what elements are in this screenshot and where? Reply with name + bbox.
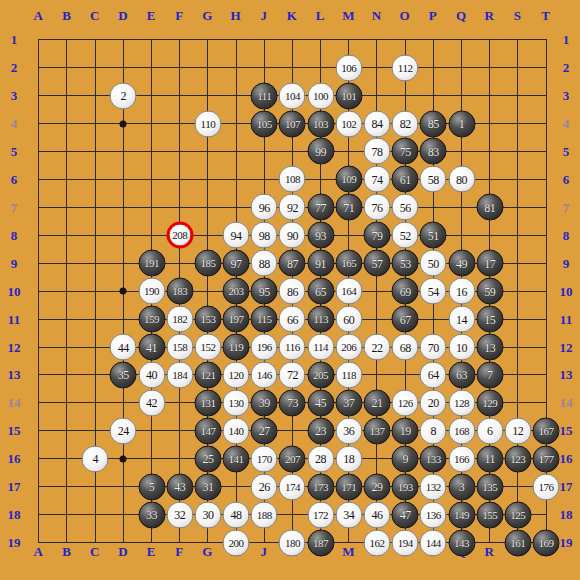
stone-J3: 111	[251, 82, 278, 109]
stone-G16: 25	[194, 445, 221, 472]
row-label-right-19: 19	[560, 536, 573, 549]
stone-L3: 100	[307, 82, 334, 109]
stone-K17: 174	[279, 473, 306, 500]
stone-R14: 129	[476, 389, 503, 416]
stone-R18: 155	[476, 501, 503, 528]
stone-G11: 153	[194, 306, 221, 333]
stone-E14: 42	[138, 389, 165, 416]
col-label-bottom-C: C	[90, 545, 99, 558]
stone-N17: 29	[363, 473, 390, 500]
col-label-top-H: H	[230, 9, 240, 22]
row-label-right-16: 16	[560, 452, 573, 465]
row-label-left-12: 12	[8, 340, 21, 353]
stone-L5: 99	[307, 138, 334, 165]
stone-M17: 171	[335, 473, 362, 500]
stone-N5: 78	[363, 138, 390, 165]
stone-P5: 83	[420, 138, 447, 165]
row-label-left-14: 14	[8, 396, 21, 409]
col-label-top-J: J	[260, 9, 267, 22]
col-label-top-B: B	[62, 9, 71, 22]
row-label-left-10: 10	[8, 284, 21, 297]
stone-L11: 113	[307, 306, 334, 333]
stone-G12: 152	[194, 334, 221, 361]
stone-M10: 164	[335, 278, 362, 305]
stone-E12: 41	[138, 334, 165, 361]
stone-K8: 90	[279, 222, 306, 249]
row-label-right-11: 11	[560, 312, 572, 325]
stone-Q18: 149	[448, 501, 475, 528]
stone-L7: 77	[307, 194, 334, 221]
stone-M16: 18	[335, 445, 362, 472]
stone-R11: 15	[476, 306, 503, 333]
row-label-right-6: 6	[563, 172, 570, 185]
row-label-left-13: 13	[8, 368, 21, 381]
stone-Q19: 143	[448, 529, 475, 556]
stone-O16: 9	[392, 445, 419, 472]
stone-H19: 200	[223, 529, 250, 556]
stone-D12: 44	[110, 334, 137, 361]
stone-K10: 86	[279, 278, 306, 305]
row-label-right-15: 15	[560, 424, 573, 437]
row-label-left-4: 4	[11, 117, 18, 130]
stone-Q10: 16	[448, 278, 475, 305]
stone-P4: 85	[420, 110, 447, 137]
row-label-left-1: 1	[11, 33, 18, 46]
stone-M11: 60	[335, 306, 362, 333]
stone-N18: 46	[363, 501, 390, 528]
col-label-top-T: T	[541, 9, 550, 22]
stone-R9: 17	[476, 250, 503, 277]
row-label-right-7: 7	[563, 200, 570, 213]
stone-O8: 52	[392, 222, 419, 249]
row-label-right-8: 8	[563, 228, 570, 241]
stone-P6: 58	[420, 166, 447, 193]
col-label-bottom-J: J	[260, 545, 267, 558]
stone-K13: 72	[279, 361, 306, 388]
stone-H16: 141	[223, 445, 250, 472]
stone-M9: 165	[335, 250, 362, 277]
stone-K16: 207	[279, 445, 306, 472]
stone-D3: 2	[110, 82, 137, 109]
stone-N19: 162	[363, 529, 390, 556]
stone-J4: 105	[251, 110, 278, 137]
stone-S19: 161	[504, 529, 531, 556]
stone-H8: 94	[223, 222, 250, 249]
col-label-top-L: L	[316, 9, 325, 22]
stone-J16: 170	[251, 445, 278, 472]
row-label-left-3: 3	[11, 89, 18, 102]
stone-N12: 22	[363, 334, 390, 361]
stone-J17: 26	[251, 473, 278, 500]
grid-line-vertical	[38, 39, 39, 543]
col-label-top-D: D	[118, 9, 127, 22]
stone-Q9: 49	[448, 250, 475, 277]
stone-D13: 35	[110, 361, 137, 388]
row-label-left-15: 15	[8, 424, 21, 437]
stone-L9: 91	[307, 250, 334, 277]
stone-P10: 54	[420, 278, 447, 305]
stone-K9: 87	[279, 250, 306, 277]
stone-H10: 203	[223, 278, 250, 305]
stone-L13: 205	[307, 361, 334, 388]
row-label-right-17: 17	[560, 480, 573, 493]
row-label-right-12: 12	[560, 340, 573, 353]
stone-P13: 64	[420, 361, 447, 388]
stone-P14: 20	[420, 389, 447, 416]
star-point	[120, 120, 127, 127]
row-label-right-14: 14	[560, 396, 573, 409]
stone-P19: 144	[420, 529, 447, 556]
row-label-left-8: 8	[11, 228, 18, 241]
stone-P17: 132	[420, 473, 447, 500]
stone-E9: 191	[138, 250, 165, 277]
stone-L15: 23	[307, 417, 334, 444]
stone-L18: 172	[307, 501, 334, 528]
stone-M13: 118	[335, 361, 362, 388]
row-label-right-18: 18	[560, 508, 573, 521]
col-label-bottom-F: F	[175, 545, 183, 558]
col-label-top-S: S	[514, 9, 521, 22]
stone-T19: 169	[533, 529, 560, 556]
row-label-left-18: 18	[8, 508, 21, 521]
stone-J10: 95	[251, 278, 278, 305]
stone-M14: 37	[335, 389, 362, 416]
stone-J9: 88	[251, 250, 278, 277]
row-label-right-9: 9	[563, 256, 570, 269]
stone-K3: 104	[279, 82, 306, 109]
stone-F13: 184	[166, 361, 193, 388]
stone-Q6: 80	[448, 166, 475, 193]
stone-J12: 196	[251, 334, 278, 361]
stone-O9: 53	[392, 250, 419, 277]
stone-S16: 123	[504, 445, 531, 472]
stone-O6: 61	[392, 166, 419, 193]
col-label-top-P: P	[429, 9, 437, 22]
stone-M12: 206	[335, 334, 362, 361]
stone-G18: 30	[194, 501, 221, 528]
stone-M15: 36	[335, 417, 362, 444]
stone-Q11: 14	[448, 306, 475, 333]
row-label-left-9: 9	[11, 256, 18, 269]
col-label-bottom-A: A	[34, 545, 43, 558]
row-label-left-7: 7	[11, 200, 18, 213]
stone-F11: 182	[166, 306, 193, 333]
stone-L19: 187	[307, 529, 334, 556]
col-label-top-N: N	[372, 9, 381, 22]
stone-L17: 173	[307, 473, 334, 500]
stone-D15: 24	[110, 417, 137, 444]
stone-M3: 101	[335, 82, 362, 109]
stone-E10: 190	[138, 278, 165, 305]
stone-Q14: 128	[448, 389, 475, 416]
row-label-right-10: 10	[560, 284, 573, 297]
stone-H9: 97	[223, 250, 250, 277]
stone-O14: 126	[392, 389, 419, 416]
stone-R10: 59	[476, 278, 503, 305]
stone-N7: 76	[363, 194, 390, 221]
stone-K14: 73	[279, 389, 306, 416]
col-label-bottom-B: B	[62, 545, 71, 558]
stone-M2: 106	[335, 54, 362, 81]
col-label-bottom-G: G	[202, 545, 212, 558]
stone-R12: 13	[476, 334, 503, 361]
col-label-top-R: R	[484, 9, 493, 22]
stone-H18: 48	[223, 501, 250, 528]
stone-M18: 34	[335, 501, 362, 528]
stone-M7: 71	[335, 194, 362, 221]
row-label-left-16: 16	[8, 452, 21, 465]
stone-K4: 107	[279, 110, 306, 137]
stone-P15: 8	[420, 417, 447, 444]
stone-H12: 119	[223, 334, 250, 361]
stone-Q16: 166	[448, 445, 475, 472]
stone-P16: 133	[420, 445, 447, 472]
stone-S15: 12	[504, 417, 531, 444]
stone-G17: 31	[194, 473, 221, 500]
stone-J13: 146	[251, 361, 278, 388]
stone-K11: 66	[279, 306, 306, 333]
stone-L16: 28	[307, 445, 334, 472]
stone-N4: 84	[363, 110, 390, 137]
stone-Q15: 168	[448, 417, 475, 444]
stone-O17: 193	[392, 473, 419, 500]
stone-R16: 11	[476, 445, 503, 472]
stone-G13: 121	[194, 361, 221, 388]
stone-J8: 98	[251, 222, 278, 249]
stone-S18: 125	[504, 501, 531, 528]
row-label-left-19: 19	[8, 536, 21, 549]
go-board[interactable]: AABBCCDDEEFFGGHHJJKKLLMMNNOOPPQQRRSSTT11…	[0, 0, 580, 580]
col-label-top-M: M	[342, 9, 354, 22]
stone-O18: 47	[392, 501, 419, 528]
col-label-top-F: F	[175, 9, 183, 22]
stone-O12: 68	[392, 334, 419, 361]
stone-L4: 103	[307, 110, 334, 137]
stone-G14: 131	[194, 389, 221, 416]
stone-O19: 194	[392, 529, 419, 556]
stone-R7: 81	[476, 194, 503, 221]
stone-O4: 82	[392, 110, 419, 137]
stone-H14: 130	[223, 389, 250, 416]
stone-O15: 19	[392, 417, 419, 444]
stone-P9: 50	[420, 250, 447, 277]
stone-H11: 197	[223, 306, 250, 333]
stone-P8: 51	[420, 222, 447, 249]
stone-P12: 70	[420, 334, 447, 361]
row-label-left-11: 11	[8, 312, 20, 325]
stone-M4: 102	[335, 110, 362, 137]
col-label-bottom-D: D	[118, 545, 127, 558]
stone-O7: 56	[392, 194, 419, 221]
col-label-top-A: A	[34, 9, 43, 22]
stone-T16: 177	[533, 445, 560, 472]
row-label-right-1: 1	[563, 33, 570, 46]
stone-J18: 188	[251, 501, 278, 528]
stone-N9: 57	[363, 250, 390, 277]
stone-E13: 40	[138, 361, 165, 388]
stone-J7: 96	[251, 194, 278, 221]
row-label-left-2: 2	[11, 61, 18, 74]
star-point	[120, 288, 127, 295]
stone-F18: 32	[166, 501, 193, 528]
stone-N15: 137	[363, 417, 390, 444]
stone-T17: 176	[533, 473, 560, 500]
col-label-top-G: G	[202, 9, 212, 22]
stone-G4: 110	[194, 110, 221, 137]
stone-G9: 185	[194, 250, 221, 277]
row-label-left-5: 5	[11, 144, 18, 157]
row-label-right-3: 3	[563, 89, 570, 102]
stone-K19: 180	[279, 529, 306, 556]
col-label-top-E: E	[147, 9, 156, 22]
stone-F10: 183	[166, 278, 193, 305]
stone-M6: 109	[335, 166, 362, 193]
row-label-right-13: 13	[560, 368, 573, 381]
stone-G15: 147	[194, 417, 221, 444]
row-label-right-5: 5	[563, 144, 570, 157]
stone-H15: 140	[223, 417, 250, 444]
stone-O5: 75	[392, 138, 419, 165]
stone-R15: 6	[476, 417, 503, 444]
col-label-bottom-E: E	[147, 545, 156, 558]
stone-C16: 4	[82, 445, 109, 472]
stone-P18: 136	[420, 501, 447, 528]
stone-O10: 69	[392, 278, 419, 305]
row-label-left-6: 6	[11, 172, 18, 185]
stone-R17: 135	[476, 473, 503, 500]
stone-Q4: 1	[448, 110, 475, 137]
stone-N8: 79	[363, 222, 390, 249]
stone-J11: 115	[251, 306, 278, 333]
col-label-bottom-R: R	[484, 545, 493, 558]
stone-J14: 39	[251, 389, 278, 416]
stone-O11: 67	[392, 306, 419, 333]
stone-F8-last-move: 208	[166, 222, 193, 249]
stone-Q12: 10	[448, 334, 475, 361]
col-label-top-Q: Q	[456, 9, 466, 22]
stone-Q17: 3	[448, 473, 475, 500]
stone-L8: 93	[307, 222, 334, 249]
stone-N14: 21	[363, 389, 390, 416]
row-label-left-17: 17	[8, 480, 21, 493]
col-label-bottom-M: M	[342, 545, 354, 558]
col-label-top-C: C	[90, 9, 99, 22]
row-label-right-2: 2	[563, 61, 570, 74]
stone-L14: 45	[307, 389, 334, 416]
stone-H13: 120	[223, 361, 250, 388]
stone-L10: 65	[307, 278, 334, 305]
col-label-top-O: O	[400, 9, 410, 22]
stone-L12: 114	[307, 334, 334, 361]
stone-E11: 159	[138, 306, 165, 333]
stone-E18: 33	[138, 501, 165, 528]
row-label-right-4: 4	[563, 117, 570, 130]
stone-O2: 112	[392, 54, 419, 81]
stone-T15: 167	[533, 417, 560, 444]
stone-N6: 74	[363, 166, 390, 193]
stone-E17: 5	[138, 473, 165, 500]
col-label-top-K: K	[287, 9, 297, 22]
stone-R13: 7	[476, 361, 503, 388]
stone-Q13: 63	[448, 361, 475, 388]
grid-line-vertical	[66, 39, 67, 543]
stone-K6: 108	[279, 166, 306, 193]
stone-K7: 92	[279, 194, 306, 221]
stone-F12: 158	[166, 334, 193, 361]
stone-K12: 116	[279, 334, 306, 361]
stone-F17: 43	[166, 473, 193, 500]
stone-J15: 27	[251, 417, 278, 444]
star-point	[120, 455, 127, 462]
